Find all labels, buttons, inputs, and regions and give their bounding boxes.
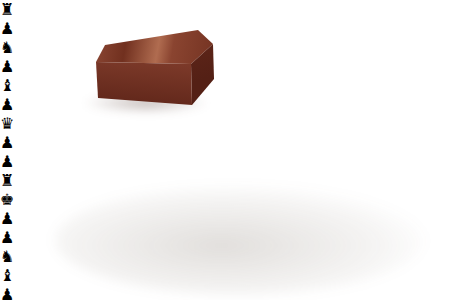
chess-set-photo: ♜♟♞♟♝♟♛♟♟♜♚♟♟♞♝♟♟♝♞♟♟♛♜♟♟♚♟♝♟♞♟♜ — [0, 0, 450, 300]
piece-anchor: ♟ — [0, 95, 450, 114]
piece-anchor: ♝ — [0, 76, 450, 95]
piece-black-knight-b8[interactable]: ♞ — [0, 38, 450, 57]
piece-white-pawn-a2[interactable]: ♟ — [0, 133, 450, 152]
piece-anchor: ♟ — [0, 152, 450, 171]
piece-black-queen-d8[interactable]: ♛ — [0, 114, 450, 133]
piece-black-pawn-d7[interactable]: ♟ — [0, 152, 450, 171]
piece-black-pawn-b7[interactable]: ♟ — [0, 57, 450, 76]
board-floor-shadow — [55, 185, 425, 295]
piece-anchor: ♟ — [0, 57, 450, 76]
piece-anchor: ♜ — [0, 0, 450, 19]
piece-black-pawn-a7[interactable]: ♟ — [0, 19, 450, 38]
piece-black-rook-a8[interactable]: ♜ — [0, 0, 450, 19]
piece-anchor: ♞ — [0, 38, 450, 57]
piece-black-pawn-c7[interactable]: ♟ — [0, 95, 450, 114]
piece-anchor: ♟ — [0, 133, 450, 152]
piece-black-bishop-c8[interactable]: ♝ — [0, 76, 450, 95]
storage-box — [84, 24, 218, 116]
piece-anchor: ♟ — [0, 19, 450, 38]
piece-anchor: ♛ — [0, 114, 450, 133]
